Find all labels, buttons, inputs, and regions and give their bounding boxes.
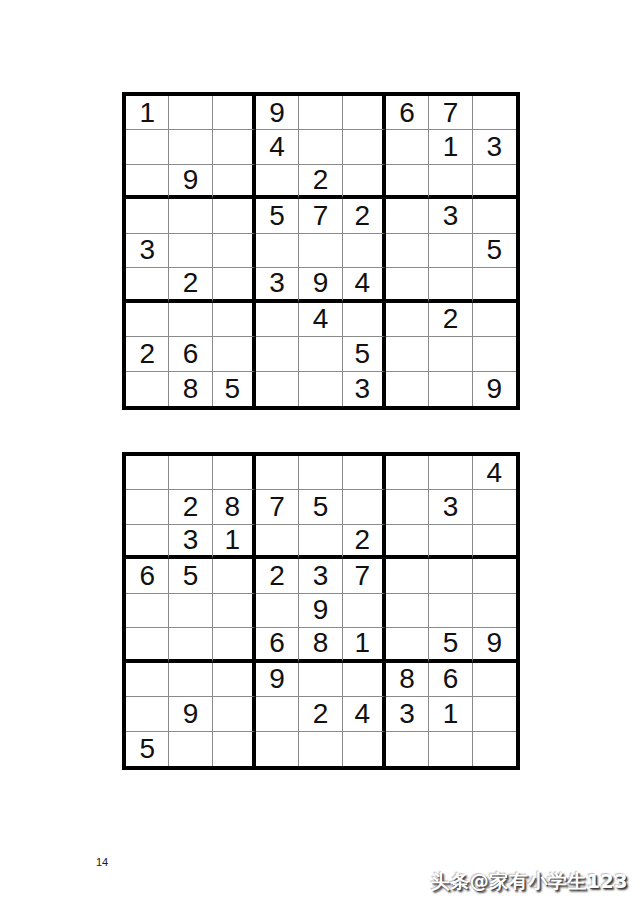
sudoku-bottom-cell-r4c2: 5: [169, 559, 212, 593]
sudoku-bottom-cell-r9c9: [473, 732, 516, 766]
sudoku-top-cell-r9c7: [386, 372, 429, 406]
sudoku-top-cell-r2c6: [343, 130, 386, 164]
sudoku-bottom-cell-r6c2: [169, 628, 212, 662]
sudoku-bottom-cell-r8c6: 4: [343, 697, 386, 731]
sudoku-top-cell-r3c5: 2: [299, 165, 342, 199]
sudoku-top-cell-r1c5: [299, 96, 342, 130]
sudoku-top-cell-r4c8: 3: [429, 199, 472, 233]
sudoku-top-cell-r3c2: 9: [169, 165, 212, 199]
sudoku-bottom-cell-r8c1: [126, 697, 169, 731]
sudoku-bottom-cell-r9c8: [429, 732, 472, 766]
sudoku-top-cell-r9c4: [256, 372, 299, 406]
sudoku-bottom-cell-r1c9: 4: [473, 456, 516, 490]
sudoku-bottom-cell-r4c6: 7: [343, 559, 386, 593]
sudoku-bottom-cell-r3c7: [386, 525, 429, 559]
sudoku-bottom-cell-r6c7: [386, 628, 429, 662]
sudoku-top-cell-r3c7: [386, 165, 429, 199]
sudoku-bottom-cell-r5c2: [169, 594, 212, 628]
sudoku-bottom-cell-r7c3: [213, 663, 256, 697]
sudoku-top-cell-r7c7: [386, 303, 429, 337]
sudoku-top-cell-r5c6: [343, 234, 386, 268]
sudoku-bottom-cell-r3c5: [299, 525, 342, 559]
sudoku-top-cell-r4c7: [386, 199, 429, 233]
sudoku-bottom-cell-r6c5: 8: [299, 628, 342, 662]
sudoku-bottom-cell-r6c6: 1: [343, 628, 386, 662]
sudoku-bottom-cell-r1c7: [386, 456, 429, 490]
sudoku-grid-bottom: 42875331265237968159986924315: [122, 452, 520, 770]
watermark: 头条@家有小学生123: [431, 869, 628, 895]
sudoku-bottom-cell-r2c1: [126, 490, 169, 524]
sudoku-top-cell-r2c5: [299, 130, 342, 164]
sudoku-bottom-cell-r8c5: 2: [299, 697, 342, 731]
sudoku-top-cell-r8c3: [213, 337, 256, 371]
sudoku-top-cell-r4c9: [473, 199, 516, 233]
sudoku-top-cell-r9c2: 8: [169, 372, 212, 406]
sudoku-bottom-cell-r5c8: [429, 594, 472, 628]
sudoku-bottom-cell-r6c8: 5: [429, 628, 472, 662]
sudoku-top-cell-r3c3: [213, 165, 256, 199]
sudoku-bottom-cell-r4c7: [386, 559, 429, 593]
sudoku-bottom-cell-r8c8: 1: [429, 697, 472, 731]
sudoku-bottom-cell-r7c7: 8: [386, 663, 429, 697]
sudoku-bottom-cell-r7c9: [473, 663, 516, 697]
sudoku-top-cell-r5c2: [169, 234, 212, 268]
sudoku-top-cell-r2c8: 1: [429, 130, 472, 164]
sudoku-top-cell-r6c3: [213, 268, 256, 302]
sudoku-bottom-cell-r3c1: [126, 525, 169, 559]
sudoku-top-cell-r1c9: [473, 96, 516, 130]
sudoku-top-cell-r5c8: [429, 234, 472, 268]
sudoku-top-cell-r2c9: 3: [473, 130, 516, 164]
sudoku-top-cell-r6c6: 4: [343, 268, 386, 302]
sudoku-top-cell-r2c7: [386, 130, 429, 164]
sudoku-top-cell-r5c9: 5: [473, 234, 516, 268]
sudoku-top-cell-r4c5: 7: [299, 199, 342, 233]
sudoku-bottom-cell-r9c4: [256, 732, 299, 766]
sudoku-top-cell-r8c2: 6: [169, 337, 212, 371]
sudoku-top-cell-r9c5: [299, 372, 342, 406]
sudoku-top-cell-r2c4: 4: [256, 130, 299, 164]
sudoku-bottom-cell-r4c8: [429, 559, 472, 593]
sudoku-bottom-cell-r4c1: 6: [126, 559, 169, 593]
sudoku-top-cell-r1c1: 1: [126, 96, 169, 130]
sudoku-bottom-cell-r2c2: 2: [169, 490, 212, 524]
sudoku-bottom-cell-r1c8: [429, 456, 472, 490]
sudoku-bottom-cell-r7c5: [299, 663, 342, 697]
sudoku-top-cell-r7c2: [169, 303, 212, 337]
sudoku-bottom-cell-r7c8: 6: [429, 663, 472, 697]
sudoku-bottom-cell-r2c6: [343, 490, 386, 524]
sudoku-top-cell-r3c4: [256, 165, 299, 199]
sudoku-top-cell-r5c5: [299, 234, 342, 268]
sudoku-top-cell-r8c7: [386, 337, 429, 371]
sudoku-bottom-cell-r4c9: [473, 559, 516, 593]
sudoku-bottom-cell-r9c6: [343, 732, 386, 766]
sudoku-top-cell-r1c8: 7: [429, 96, 472, 130]
sudoku-grid-top: 1967413925723352394422658539: [122, 92, 520, 410]
sudoku-top-cell-r9c8: [429, 372, 472, 406]
sudoku-bottom-cell-r5c5: 9: [299, 594, 342, 628]
sudoku-top-cell-r4c6: 2: [343, 199, 386, 233]
page-number: 14: [96, 856, 108, 868]
sudoku-top-cell-r6c2: 2: [169, 268, 212, 302]
sudoku-bottom-cell-r9c3: [213, 732, 256, 766]
sudoku-bottom-cell-r1c5: [299, 456, 342, 490]
sudoku-top-cell-r4c2: [169, 199, 212, 233]
sudoku-bottom-cell-r9c5: [299, 732, 342, 766]
sudoku-top-cell-r1c4: 9: [256, 96, 299, 130]
sudoku-bottom-cell-r6c9: 9: [473, 628, 516, 662]
sudoku-bottom-cell-r2c4: 7: [256, 490, 299, 524]
sudoku-bottom-cell-r4c3: [213, 559, 256, 593]
sudoku-bottom-cell-r4c4: 2: [256, 559, 299, 593]
sudoku-top-cell-r4c4: 5: [256, 199, 299, 233]
sudoku-top-cell-r7c4: [256, 303, 299, 337]
sudoku-top-cell-r6c1: [126, 268, 169, 302]
sudoku-top-cell-r2c2: [169, 130, 212, 164]
sudoku-bottom-cell-r7c6: [343, 663, 386, 697]
sudoku-bottom-cell-r2c8: 3: [429, 490, 472, 524]
sudoku-top-cell-r5c1: 3: [126, 234, 169, 268]
sudoku-bottom-cell-r2c9: [473, 490, 516, 524]
sudoku-bottom-cell-r1c3: [213, 456, 256, 490]
sudoku-bottom-cell-r4c5: 3: [299, 559, 342, 593]
sudoku-bottom-cell-r1c1: [126, 456, 169, 490]
sudoku-bottom-cell-r5c9: [473, 594, 516, 628]
sudoku-bottom-cell-r6c1: [126, 628, 169, 662]
sudoku-top-cell-r8c1: 2: [126, 337, 169, 371]
sudoku-bottom-cell-r3c8: [429, 525, 472, 559]
sudoku-bottom-cell-r5c6: [343, 594, 386, 628]
sudoku-top-cell-r9c1: [126, 372, 169, 406]
sudoku-top-cell-r6c9: [473, 268, 516, 302]
sudoku-bottom-cell-r2c7: [386, 490, 429, 524]
sudoku-bottom-cell-r1c2: [169, 456, 212, 490]
sudoku-top-cell-r6c4: 3: [256, 268, 299, 302]
sudoku-top-cell-r1c7: 6: [386, 96, 429, 130]
sudoku-top-cell-r9c3: 5: [213, 372, 256, 406]
sudoku-bottom-cell-r8c7: 3: [386, 697, 429, 731]
sudoku-bottom-cell-r6c3: [213, 628, 256, 662]
sudoku-top-cell-r1c6: [343, 96, 386, 130]
sudoku-top-cell-r9c9: 9: [473, 372, 516, 406]
sudoku-top-cell-r3c9: [473, 165, 516, 199]
sudoku-bottom-cell-r3c9: [473, 525, 516, 559]
sudoku-top-cell-r6c8: [429, 268, 472, 302]
sudoku-top-cell-r6c5: 9: [299, 268, 342, 302]
sudoku-top-cell-r6c7: [386, 268, 429, 302]
sudoku-top-cell-r9c6: 3: [343, 372, 386, 406]
sudoku-top-cell-r7c6: [343, 303, 386, 337]
sudoku-top-cell-r7c5: 4: [299, 303, 342, 337]
sudoku-bottom-cell-r7c2: [169, 663, 212, 697]
worksheet-page: 1967413925723352394422658539 42875331265…: [0, 0, 640, 906]
sudoku-top-cell-r8c5: [299, 337, 342, 371]
sudoku-bottom-cell-r2c5: 5: [299, 490, 342, 524]
sudoku-bottom-cell-r1c4: [256, 456, 299, 490]
sudoku-top-cell-r8c6: 5: [343, 337, 386, 371]
sudoku-top-cell-r2c3: [213, 130, 256, 164]
sudoku-top-cell-r7c3: [213, 303, 256, 337]
sudoku-bottom-cell-r5c1: [126, 594, 169, 628]
sudoku-top-cell-r1c2: [169, 96, 212, 130]
sudoku-top-cell-r7c9: [473, 303, 516, 337]
sudoku-bottom-cell-r3c2: 3: [169, 525, 212, 559]
sudoku-top-cell-r1c3: [213, 96, 256, 130]
sudoku-bottom-cell-r8c9: [473, 697, 516, 731]
sudoku-top-cell-r2c1: [126, 130, 169, 164]
sudoku-top-cell-r4c1: [126, 199, 169, 233]
sudoku-bottom-cell-r9c1: 5: [126, 732, 169, 766]
sudoku-top-cell-r4c3: [213, 199, 256, 233]
sudoku-bottom-cell-r8c3: [213, 697, 256, 731]
sudoku-top-cell-r5c4: [256, 234, 299, 268]
sudoku-bottom-cell-r5c4: [256, 594, 299, 628]
sudoku-top-cell-r5c7: [386, 234, 429, 268]
sudoku-top-cell-r3c8: [429, 165, 472, 199]
sudoku-bottom-cell-r3c4: [256, 525, 299, 559]
sudoku-bottom-cell-r8c4: [256, 697, 299, 731]
sudoku-bottom-cell-r9c2: [169, 732, 212, 766]
sudoku-bottom-cell-r3c3: 1: [213, 525, 256, 559]
sudoku-bottom-cell-r1c6: [343, 456, 386, 490]
sudoku-bottom-cell-r5c3: [213, 594, 256, 628]
sudoku-top-cell-r3c6: [343, 165, 386, 199]
sudoku-bottom-cell-r3c6: 2: [343, 525, 386, 559]
sudoku-bottom-cell-r8c2: 9: [169, 697, 212, 731]
sudoku-bottom-cell-r7c1: [126, 663, 169, 697]
sudoku-bottom-cell-r2c3: 8: [213, 490, 256, 524]
sudoku-top-cell-r5c3: [213, 234, 256, 268]
sudoku-top-cell-r7c1: [126, 303, 169, 337]
sudoku-bottom-cell-r6c4: 6: [256, 628, 299, 662]
sudoku-bottom-cell-r9c7: [386, 732, 429, 766]
sudoku-top-cell-r8c9: [473, 337, 516, 371]
sudoku-top-cell-r3c1: [126, 165, 169, 199]
sudoku-bottom-cell-r7c4: 9: [256, 663, 299, 697]
sudoku-top-cell-r7c8: 2: [429, 303, 472, 337]
sudoku-top-cell-r8c4: [256, 337, 299, 371]
sudoku-bottom-cell-r5c7: [386, 594, 429, 628]
sudoku-top-cell-r8c8: [429, 337, 472, 371]
